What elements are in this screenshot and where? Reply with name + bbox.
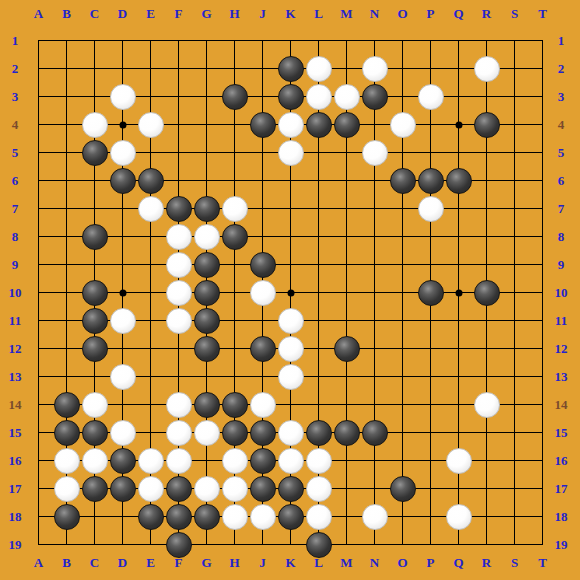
go-client-window: AABBCCDDEEFFGGHHJJKKLLMMNNOOPPQQRRSSTT11… bbox=[0, 0, 580, 580]
black-stone bbox=[278, 504, 304, 530]
row-label-right: 9 bbox=[548, 258, 574, 272]
column-label-top: C bbox=[82, 7, 108, 21]
white-stone bbox=[222, 448, 248, 474]
black-stone bbox=[222, 420, 248, 446]
white-stone bbox=[166, 420, 192, 446]
white-stone bbox=[446, 448, 472, 474]
row-label-right: 12 bbox=[548, 342, 574, 356]
row-label-right: 19 bbox=[548, 538, 574, 552]
white-stone bbox=[334, 84, 360, 110]
column-label-bottom: M bbox=[334, 556, 360, 570]
black-stone bbox=[82, 308, 108, 334]
row-label-left: 6 bbox=[2, 174, 28, 188]
black-stone bbox=[194, 504, 220, 530]
white-stone bbox=[446, 504, 472, 530]
black-stone bbox=[82, 280, 108, 306]
hoshi-point bbox=[287, 289, 294, 296]
white-stone bbox=[54, 448, 80, 474]
row-label-right: 6 bbox=[548, 174, 574, 188]
black-stone bbox=[110, 168, 136, 194]
black-stone bbox=[222, 84, 248, 110]
black-stone bbox=[166, 196, 192, 222]
column-label-bottom: S bbox=[502, 556, 528, 570]
column-label-top: N bbox=[362, 7, 388, 21]
row-label-left: 19 bbox=[2, 538, 28, 552]
row-label-left: 7 bbox=[2, 202, 28, 216]
white-stone bbox=[278, 308, 304, 334]
black-stone bbox=[194, 196, 220, 222]
white-stone bbox=[418, 84, 444, 110]
column-label-bottom: L bbox=[306, 556, 332, 570]
black-stone bbox=[222, 224, 248, 250]
row-label-right: 16 bbox=[548, 454, 574, 468]
column-label-top: D bbox=[110, 7, 136, 21]
black-stone bbox=[138, 504, 164, 530]
white-stone bbox=[138, 448, 164, 474]
column-label-bottom: K bbox=[278, 556, 304, 570]
white-stone bbox=[474, 392, 500, 418]
black-stone bbox=[138, 168, 164, 194]
white-stone bbox=[306, 476, 332, 502]
black-stone bbox=[54, 392, 80, 418]
row-label-right: 18 bbox=[548, 510, 574, 524]
black-stone bbox=[166, 532, 192, 558]
black-stone bbox=[250, 252, 276, 278]
white-stone bbox=[306, 56, 332, 82]
row-label-right: 13 bbox=[548, 370, 574, 384]
row-label-right: 2 bbox=[548, 62, 574, 76]
hoshi-point bbox=[119, 289, 126, 296]
black-stone bbox=[222, 392, 248, 418]
black-stone bbox=[362, 420, 388, 446]
black-stone bbox=[250, 448, 276, 474]
row-label-left: 17 bbox=[2, 482, 28, 496]
black-stone bbox=[390, 476, 416, 502]
black-stone bbox=[418, 168, 444, 194]
white-stone bbox=[166, 224, 192, 250]
white-stone bbox=[278, 364, 304, 390]
column-label-bottom: A bbox=[26, 556, 52, 570]
white-stone bbox=[278, 112, 304, 138]
black-stone bbox=[166, 504, 192, 530]
white-stone bbox=[166, 392, 192, 418]
white-stone bbox=[110, 140, 136, 166]
black-stone bbox=[474, 280, 500, 306]
row-label-right: 15 bbox=[548, 426, 574, 440]
white-stone bbox=[166, 280, 192, 306]
white-stone bbox=[362, 140, 388, 166]
row-label-left: 11 bbox=[2, 314, 28, 328]
black-stone bbox=[474, 112, 500, 138]
white-stone bbox=[82, 392, 108, 418]
column-label-top: P bbox=[418, 7, 444, 21]
column-label-bottom: T bbox=[530, 556, 556, 570]
row-label-left: 3 bbox=[2, 90, 28, 104]
column-label-bottom: O bbox=[390, 556, 416, 570]
grid-line-vertical bbox=[514, 40, 515, 545]
black-stone bbox=[250, 336, 276, 362]
black-stone bbox=[446, 168, 472, 194]
black-stone bbox=[82, 224, 108, 250]
column-label-top: R bbox=[474, 7, 500, 21]
column-label-bottom: D bbox=[110, 556, 136, 570]
white-stone bbox=[138, 476, 164, 502]
row-label-left: 18 bbox=[2, 510, 28, 524]
row-label-left: 5 bbox=[2, 146, 28, 160]
white-stone bbox=[138, 112, 164, 138]
row-label-right: 5 bbox=[548, 146, 574, 160]
column-label-bottom: E bbox=[138, 556, 164, 570]
column-label-bottom: G bbox=[194, 556, 220, 570]
black-stone bbox=[390, 168, 416, 194]
row-label-right: 1 bbox=[548, 34, 574, 48]
white-stone bbox=[222, 476, 248, 502]
column-label-bottom: B bbox=[54, 556, 80, 570]
white-stone bbox=[278, 336, 304, 362]
row-label-right: 4 bbox=[548, 118, 574, 132]
column-label-top: L bbox=[306, 7, 332, 21]
go-board[interactable]: AABBCCDDEEFFGGHHJJKKLLMMNNOOPPQQRRSSTT11… bbox=[0, 0, 580, 580]
white-stone bbox=[306, 504, 332, 530]
column-label-top: S bbox=[502, 7, 528, 21]
white-stone bbox=[82, 448, 108, 474]
black-stone bbox=[82, 336, 108, 362]
row-label-left: 12 bbox=[2, 342, 28, 356]
row-label-left: 15 bbox=[2, 426, 28, 440]
row-label-right: 10 bbox=[548, 286, 574, 300]
white-stone bbox=[474, 56, 500, 82]
black-stone bbox=[334, 112, 360, 138]
row-label-left: 13 bbox=[2, 370, 28, 384]
hoshi-point bbox=[455, 289, 462, 296]
column-label-bottom: J bbox=[250, 556, 276, 570]
black-stone bbox=[194, 252, 220, 278]
column-label-top: B bbox=[54, 7, 80, 21]
row-label-left: 2 bbox=[2, 62, 28, 76]
grid-line-vertical bbox=[542, 40, 543, 545]
white-stone bbox=[306, 84, 332, 110]
white-stone bbox=[362, 504, 388, 530]
white-stone bbox=[194, 476, 220, 502]
black-stone bbox=[82, 476, 108, 502]
column-label-top: E bbox=[138, 7, 164, 21]
row-label-left: 14 bbox=[2, 398, 28, 412]
white-stone bbox=[222, 196, 248, 222]
white-stone bbox=[110, 364, 136, 390]
white-stone bbox=[278, 448, 304, 474]
column-label-top: T bbox=[530, 7, 556, 21]
column-label-bottom: C bbox=[82, 556, 108, 570]
row-label-left: 1 bbox=[2, 34, 28, 48]
black-stone bbox=[278, 476, 304, 502]
row-label-left: 4 bbox=[2, 118, 28, 132]
white-stone bbox=[250, 280, 276, 306]
black-stone bbox=[362, 84, 388, 110]
white-stone bbox=[166, 308, 192, 334]
black-stone bbox=[54, 504, 80, 530]
column-label-bottom: R bbox=[474, 556, 500, 570]
white-stone bbox=[250, 504, 276, 530]
row-label-left: 9 bbox=[2, 258, 28, 272]
column-label-top: H bbox=[222, 7, 248, 21]
white-stone bbox=[222, 504, 248, 530]
white-stone bbox=[110, 84, 136, 110]
black-stone bbox=[334, 420, 360, 446]
column-label-bottom: P bbox=[418, 556, 444, 570]
black-stone bbox=[250, 420, 276, 446]
column-label-bottom: H bbox=[222, 556, 248, 570]
row-label-right: 7 bbox=[548, 202, 574, 216]
white-stone bbox=[82, 112, 108, 138]
black-stone bbox=[194, 308, 220, 334]
white-stone bbox=[54, 476, 80, 502]
white-stone bbox=[166, 252, 192, 278]
row-label-right: 11 bbox=[548, 314, 574, 328]
hoshi-point bbox=[455, 121, 462, 128]
column-label-bottom: N bbox=[362, 556, 388, 570]
black-stone bbox=[306, 420, 332, 446]
grid-line-vertical bbox=[374, 40, 375, 545]
black-stone bbox=[54, 420, 80, 446]
column-label-top: G bbox=[194, 7, 220, 21]
black-stone bbox=[166, 476, 192, 502]
grid-line-horizontal bbox=[38, 544, 543, 545]
column-label-top: K bbox=[278, 7, 304, 21]
black-stone bbox=[110, 448, 136, 474]
row-label-right: 14 bbox=[548, 398, 574, 412]
column-label-top: A bbox=[26, 7, 52, 21]
black-stone bbox=[82, 140, 108, 166]
white-stone bbox=[362, 56, 388, 82]
black-stone bbox=[250, 476, 276, 502]
row-label-right: 3 bbox=[548, 90, 574, 104]
white-stone bbox=[278, 140, 304, 166]
black-stone bbox=[334, 336, 360, 362]
black-stone bbox=[278, 84, 304, 110]
black-stone bbox=[194, 280, 220, 306]
white-stone bbox=[306, 448, 332, 474]
column-label-top: O bbox=[390, 7, 416, 21]
black-stone bbox=[278, 56, 304, 82]
column-label-top: M bbox=[334, 7, 360, 21]
black-stone bbox=[250, 112, 276, 138]
black-stone bbox=[194, 392, 220, 418]
white-stone bbox=[194, 420, 220, 446]
black-stone bbox=[306, 532, 332, 558]
row-label-right: 8 bbox=[548, 230, 574, 244]
black-stone bbox=[110, 476, 136, 502]
grid-line-horizontal bbox=[38, 404, 543, 405]
column-label-bottom: F bbox=[166, 556, 192, 570]
black-stone bbox=[82, 420, 108, 446]
row-label-left: 16 bbox=[2, 454, 28, 468]
white-stone bbox=[110, 420, 136, 446]
white-stone bbox=[278, 420, 304, 446]
white-stone bbox=[390, 112, 416, 138]
black-stone bbox=[418, 280, 444, 306]
column-label-top: J bbox=[250, 7, 276, 21]
column-label-top: Q bbox=[446, 7, 472, 21]
white-stone bbox=[110, 308, 136, 334]
row-label-left: 8 bbox=[2, 230, 28, 244]
row-label-left: 10 bbox=[2, 286, 28, 300]
column-label-top: F bbox=[166, 7, 192, 21]
black-stone bbox=[306, 112, 332, 138]
black-stone bbox=[194, 336, 220, 362]
row-label-right: 17 bbox=[548, 482, 574, 496]
hoshi-point bbox=[119, 121, 126, 128]
white-stone bbox=[250, 392, 276, 418]
white-stone bbox=[138, 196, 164, 222]
column-label-bottom: Q bbox=[446, 556, 472, 570]
white-stone bbox=[166, 448, 192, 474]
white-stone bbox=[418, 196, 444, 222]
white-stone bbox=[194, 224, 220, 250]
